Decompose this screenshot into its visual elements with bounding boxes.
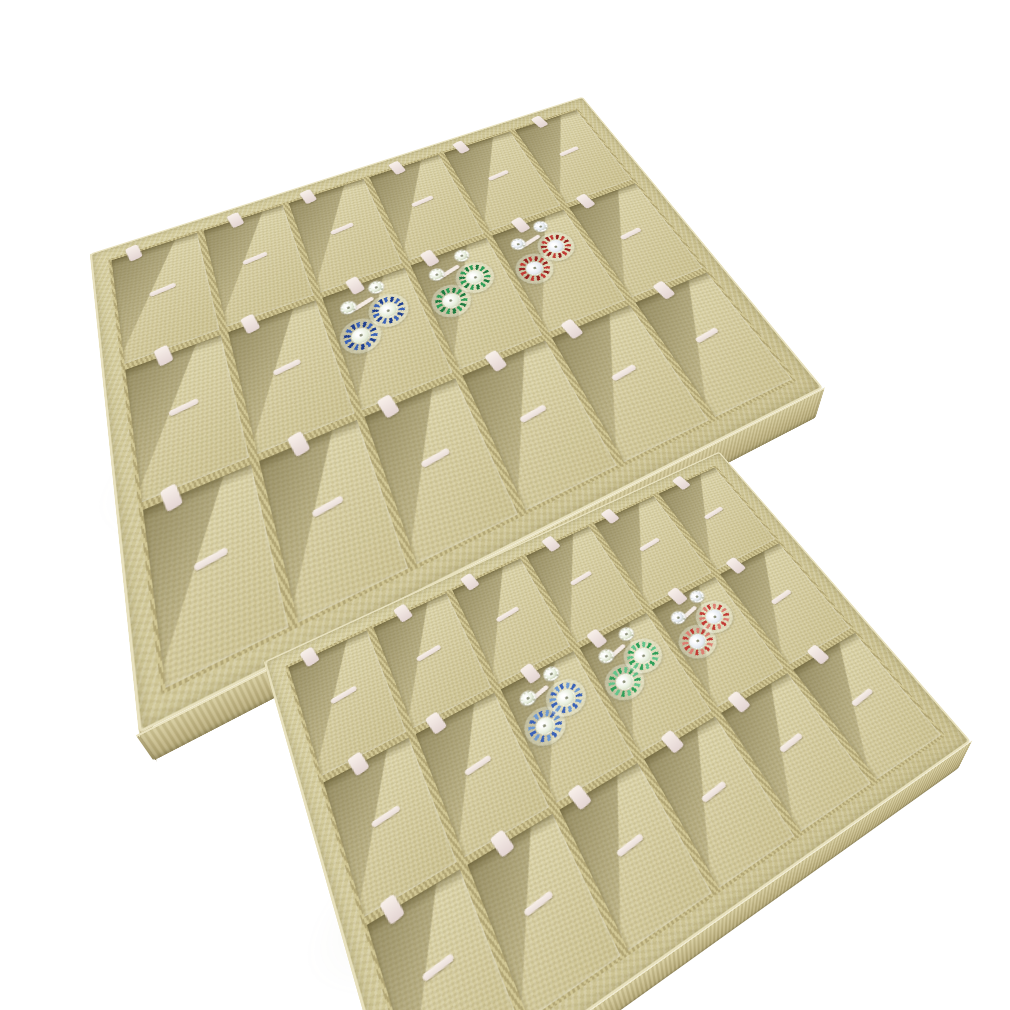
ribbon-loop [425, 711, 448, 735]
ribbon-card-strip [520, 404, 548, 423]
ribbon-loop [530, 115, 548, 128]
ribbon-card-strip [273, 358, 302, 376]
ribbon-loop [567, 784, 592, 811]
ribbon-card-strip [416, 644, 442, 662]
ribbon-loop [542, 535, 562, 552]
ribbon-card-strip [411, 195, 434, 207]
ribbon-loop [489, 829, 514, 858]
ribbon-loop [484, 350, 508, 373]
compartment-r2c1 [125, 335, 249, 503]
flower-stud-earring [518, 689, 538, 708]
flower-stud-earring [532, 220, 550, 234]
ribbon-loop [226, 212, 244, 229]
ribbon-loop [393, 604, 413, 623]
ribbon-card-strip [330, 685, 357, 704]
ribbon-card-strip [524, 890, 554, 917]
ribbon-loop [460, 573, 480, 591]
flower-stud-earring [339, 300, 358, 317]
ribbon-card-strip [851, 688, 874, 707]
ribbon-card-strip [242, 251, 268, 265]
compartment-r3c4 [644, 716, 795, 888]
ribbon-loop [560, 319, 583, 340]
ribbon-loop [125, 244, 143, 262]
flower-stud-earring [453, 248, 471, 263]
ribbon-card-strip [701, 781, 727, 804]
tray-surface [264, 452, 971, 1010]
ribbon-card-strip [703, 506, 723, 520]
ribbon-loop [153, 344, 174, 366]
flower-stud-earring [509, 237, 527, 251]
crystal-center [349, 325, 372, 346]
flower-stud-earring [367, 279, 385, 295]
ribbon-loop [806, 644, 829, 665]
compartment-r1c1 [111, 233, 218, 364]
ribbon-card-strip [487, 170, 509, 181]
ribbon-loop [159, 483, 183, 513]
bead-ring [338, 315, 384, 357]
product-photo [0, 0, 1010, 1010]
ribbon-card-strip [330, 222, 354, 235]
ribbon-card-strip [149, 282, 176, 297]
compartment-r3c3 [559, 763, 711, 951]
ribbon-card-strip [611, 364, 637, 382]
ribbon-loop [299, 646, 320, 667]
compartment-r2c2 [228, 300, 355, 455]
ribbon-card-strip [422, 952, 455, 982]
compartment-r3c6 [793, 633, 941, 779]
flower-stud-earring [427, 267, 446, 282]
compartment-r3c1 [367, 869, 520, 1010]
ribbon-loop [600, 508, 619, 524]
ribbon-loop [388, 161, 406, 176]
ribbon-loop [286, 431, 310, 458]
ribbon-loop [376, 394, 400, 419]
compartment-r2c1 [324, 738, 457, 917]
ribbon-card-strip [371, 804, 401, 828]
compartment-r3c2 [467, 814, 620, 1010]
ribbon-card-strip [639, 537, 660, 551]
ribbon-loop [452, 140, 470, 154]
rhinestone-hoop-earring [520, 702, 569, 751]
ribbon-card-strip [168, 398, 199, 417]
rhinestone-hoop-earring [542, 675, 590, 721]
ribbon-card-strip [779, 732, 803, 753]
ribbon-loop [347, 751, 370, 776]
ribbon-card-strip [616, 833, 644, 858]
ribbon-card-strip [464, 754, 492, 776]
bead-ring [520, 702, 569, 751]
ribbon-card-strip [770, 589, 791, 605]
flower-stud-earring [596, 647, 615, 665]
ribbon-loop [299, 189, 317, 205]
ribbon-loop [575, 193, 595, 209]
jewelry-tray-front [325, 475, 885, 925]
ribbon-card-strip [620, 227, 642, 240]
ribbon-card-strip [496, 606, 520, 623]
ribbon-card-strip [570, 571, 593, 587]
ribbon-card-strip [559, 146, 580, 157]
ribbon-card-strip [193, 547, 228, 572]
ribbon-loop [725, 557, 746, 575]
compartment-r3c1 [143, 465, 288, 688]
ribbon-loop [661, 729, 685, 754]
ribbon-loop [652, 281, 675, 301]
ribbon-loop [672, 475, 691, 490]
ribbon-card-strip [420, 448, 450, 469]
ribbon-loop [379, 894, 405, 926]
compartment-r3c6 [635, 273, 792, 418]
rhinestone-hoop-earring [338, 315, 384, 357]
ribbon-loop [240, 313, 261, 334]
ribbon-card-strip [695, 327, 719, 343]
compartment-r2c2 [415, 693, 548, 858]
tray-body [264, 452, 971, 1010]
crystal-center [533, 714, 558, 738]
compartment-r3c5 [552, 305, 708, 462]
compartment-grid [285, 465, 946, 1010]
